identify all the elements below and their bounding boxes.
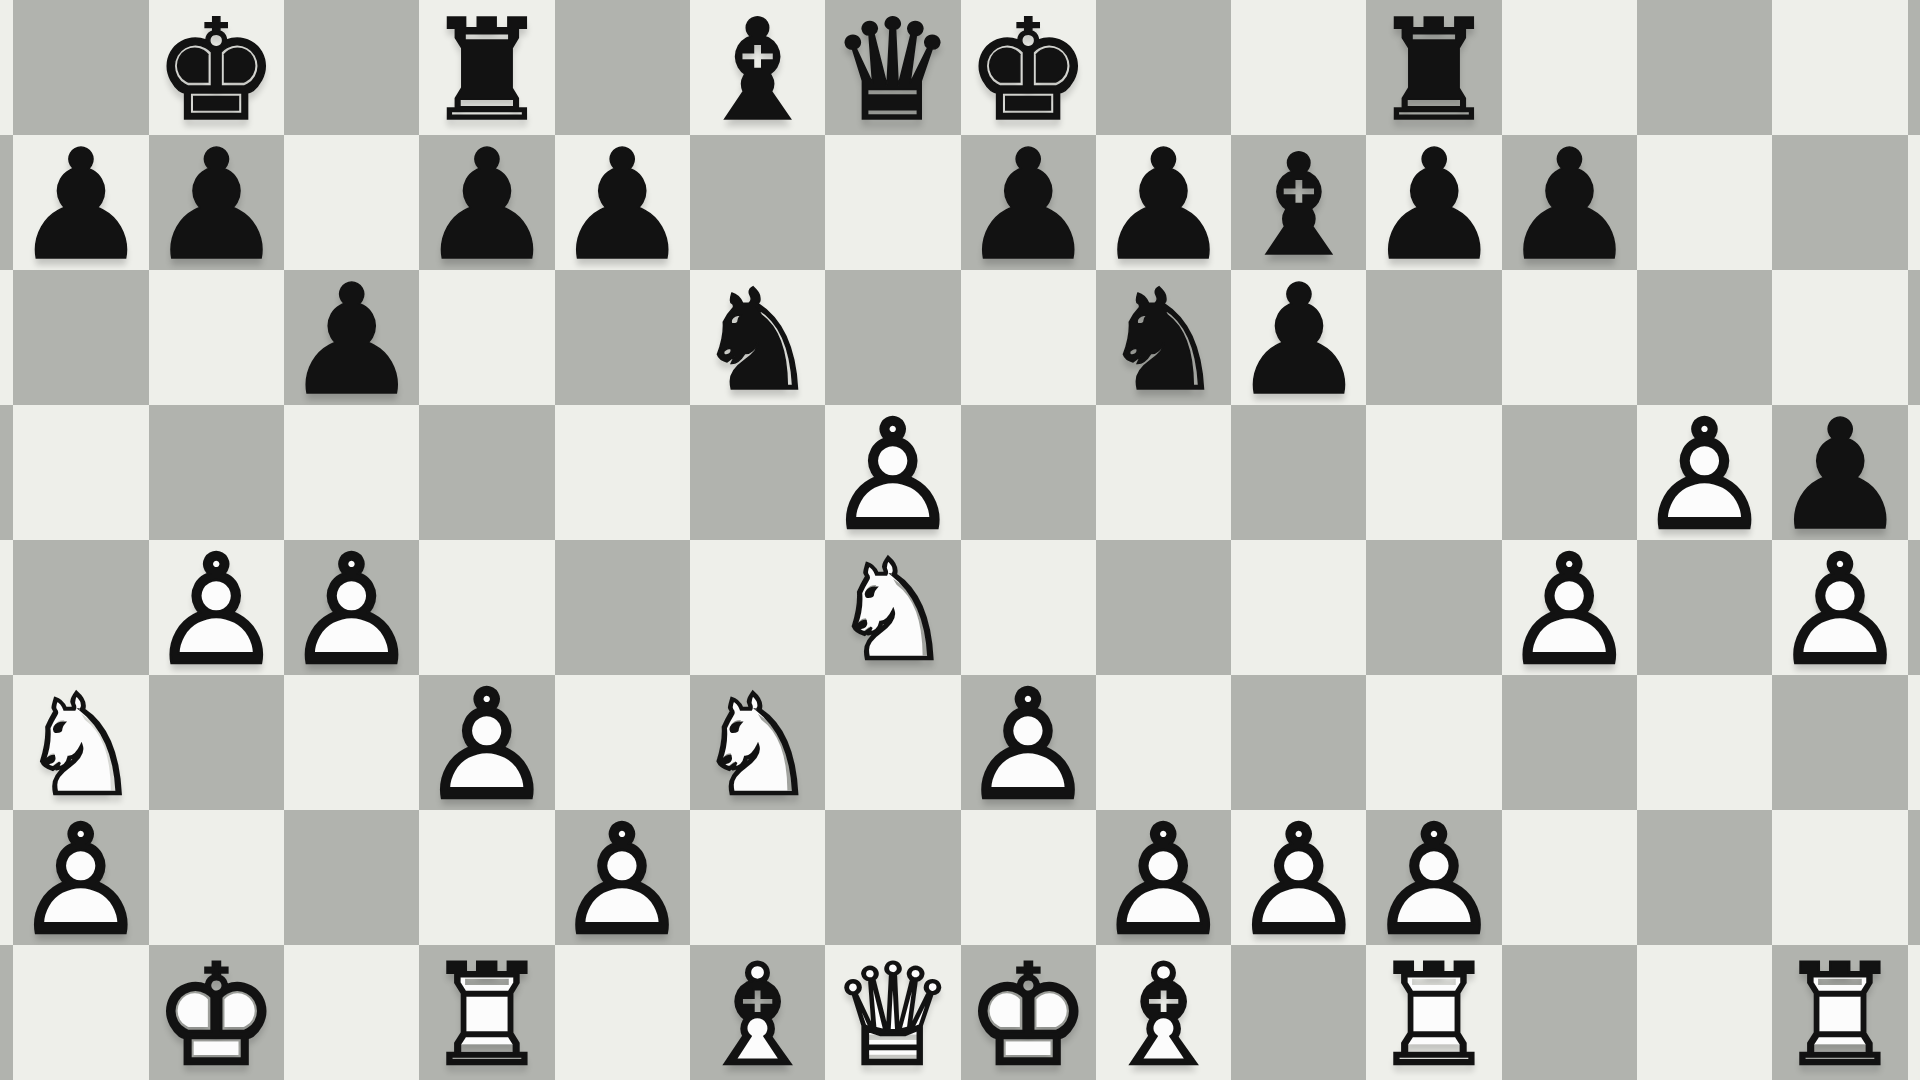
black-rook-piece: ♜ <box>419 0 554 135</box>
square-n3[interactable] <box>1637 675 1772 810</box>
square-l5[interactable] <box>1366 405 1501 540</box>
square-g6[interactable]: ♞ <box>690 270 825 405</box>
square-h3[interactable] <box>825 675 960 810</box>
square-l6[interactable] <box>1366 270 1501 405</box>
square-l7[interactable]: ♟ <box>1366 135 1501 270</box>
square-j5[interactable] <box>1096 405 1231 540</box>
black-pawn-piece: ♟ <box>284 270 419 405</box>
square-d4[interactable]: ♟♙ <box>284 540 419 675</box>
white-rook-piece: ♜♖ <box>1772 945 1907 1080</box>
square-h4[interactable]: ♞♘ <box>825 540 960 675</box>
square-c2[interactable] <box>149 810 284 945</box>
black-knight-piece: ♞ <box>1096 270 1231 405</box>
square-m6[interactable] <box>1502 270 1637 405</box>
square-g8[interactable]: ♝ <box>690 0 825 135</box>
square-b5[interactable] <box>13 405 148 540</box>
square-b8[interactable] <box>13 0 148 135</box>
square-a1[interactable] <box>0 945 13 1080</box>
square-e4[interactable] <box>419 540 554 675</box>
square-k7[interactable]: ♝ <box>1231 135 1366 270</box>
black-pawn-piece: ♟ <box>419 135 554 270</box>
square-d8[interactable] <box>284 0 419 135</box>
white-pawn-piece: ♟♙ <box>1366 810 1501 945</box>
square-n1[interactable] <box>1637 945 1772 1080</box>
white-pawn-piece: ♟♙ <box>961 675 1096 810</box>
square-k3[interactable] <box>1231 675 1366 810</box>
white-pawn-piece: ♟♙ <box>419 675 554 810</box>
square-f4[interactable] <box>555 540 690 675</box>
square-i7[interactable]: ♟ <box>961 135 1096 270</box>
chessboard: ♚♜♝♛♚♜♟♟♟♟♟♟♝♟♟♟♞♞♟♟♙♟♙♟♟♙♟♙♞♘♟♙♟♙♞♘♟♙♞♘… <box>0 0 1920 1080</box>
square-b2[interactable]: ♟♙ <box>13 810 148 945</box>
square-n7[interactable] <box>1637 135 1772 270</box>
white-bishop-piece: ♝♗ <box>690 945 825 1080</box>
square-m2[interactable] <box>1502 810 1637 945</box>
black-bishop-piece: ♝ <box>1231 135 1366 270</box>
white-king-piece: ♚♔ <box>961 945 1096 1080</box>
square-h7[interactable] <box>825 135 960 270</box>
square-i3[interactable]: ♟♙ <box>961 675 1096 810</box>
square-c6[interactable] <box>149 270 284 405</box>
square-h5[interactable]: ♟♙ <box>825 405 960 540</box>
square-b3[interactable]: ♞♘ <box>13 675 148 810</box>
square-i6[interactable] <box>961 270 1096 405</box>
square-f6[interactable] <box>555 270 690 405</box>
square-g1[interactable]: ♝♗ <box>690 945 825 1080</box>
square-p7[interactable] <box>1908 135 1920 270</box>
square-a7[interactable] <box>0 135 13 270</box>
square-e8[interactable]: ♜ <box>419 0 554 135</box>
square-o8[interactable] <box>1772 0 1907 135</box>
black-pawn-piece: ♟ <box>149 135 284 270</box>
square-n2[interactable] <box>1637 810 1772 945</box>
square-d5[interactable] <box>284 405 419 540</box>
square-c4[interactable]: ♟♙ <box>149 540 284 675</box>
square-p3[interactable] <box>1908 675 1920 810</box>
square-b1[interactable] <box>13 945 148 1080</box>
square-c7[interactable]: ♟ <box>149 135 284 270</box>
square-k4[interactable] <box>1231 540 1366 675</box>
square-e6[interactable] <box>419 270 554 405</box>
black-knight-piece: ♞ <box>690 270 825 405</box>
square-j3[interactable] <box>1096 675 1231 810</box>
square-g3[interactable]: ♞♘ <box>690 675 825 810</box>
white-pawn-piece: ♟♙ <box>1772 540 1907 675</box>
square-g7[interactable] <box>690 135 825 270</box>
square-m5[interactable] <box>1502 405 1637 540</box>
white-knight-piece: ♞♘ <box>825 540 960 675</box>
square-p6[interactable] <box>1908 270 1920 405</box>
white-pawn-piece: ♟♙ <box>555 810 690 945</box>
square-e3[interactable]: ♟♙ <box>419 675 554 810</box>
square-f3[interactable] <box>555 675 690 810</box>
square-m1[interactable] <box>1502 945 1637 1080</box>
square-i8[interactable]: ♚ <box>961 0 1096 135</box>
black-pawn-piece: ♟ <box>1502 135 1637 270</box>
square-o6[interactable] <box>1772 270 1907 405</box>
square-c3[interactable] <box>149 675 284 810</box>
white-king-piece: ♚♔ <box>149 945 284 1080</box>
square-o2[interactable] <box>1772 810 1907 945</box>
square-p8[interactable] <box>1908 0 1920 135</box>
square-h1[interactable]: ♛♕ <box>825 945 960 1080</box>
square-p5[interactable] <box>1908 405 1920 540</box>
black-king-piece: ♚ <box>149 0 284 135</box>
square-m7[interactable]: ♟ <box>1502 135 1637 270</box>
square-n5[interactable]: ♟♙ <box>1637 405 1772 540</box>
square-f2[interactable]: ♟♙ <box>555 810 690 945</box>
square-a3[interactable] <box>0 675 13 810</box>
square-f7[interactable]: ♟ <box>555 135 690 270</box>
square-h8[interactable]: ♛ <box>825 0 960 135</box>
square-e7[interactable]: ♟ <box>419 135 554 270</box>
square-m4[interactable]: ♟♙ <box>1502 540 1637 675</box>
square-l2[interactable]: ♟♙ <box>1366 810 1501 945</box>
square-j8[interactable] <box>1096 0 1231 135</box>
black-pawn-piece: ♟ <box>1772 405 1907 540</box>
black-king-piece: ♚ <box>961 0 1096 135</box>
square-k6[interactable]: ♟ <box>1231 270 1366 405</box>
square-d1[interactable] <box>284 945 419 1080</box>
square-o5[interactable]: ♟ <box>1772 405 1907 540</box>
square-o4[interactable]: ♟♙ <box>1772 540 1907 675</box>
square-n4[interactable] <box>1637 540 1772 675</box>
square-j7[interactable]: ♟ <box>1096 135 1231 270</box>
square-j1[interactable]: ♝♗ <box>1096 945 1231 1080</box>
white-bishop-piece: ♝♗ <box>1096 945 1231 1080</box>
square-h6[interactable] <box>825 270 960 405</box>
square-g2[interactable] <box>690 810 825 945</box>
white-rook-piece: ♜♖ <box>419 945 554 1080</box>
square-l3[interactable] <box>1366 675 1501 810</box>
white-knight-piece: ♞♘ <box>13 675 148 810</box>
white-pawn-piece: ♟♙ <box>1231 810 1366 945</box>
square-j2[interactable]: ♟♙ <box>1096 810 1231 945</box>
black-rook-piece: ♜ <box>1366 0 1501 135</box>
square-l1[interactable]: ♜♖ <box>1366 945 1501 1080</box>
square-p1[interactable] <box>1908 945 1920 1080</box>
square-p4[interactable] <box>1908 540 1920 675</box>
square-a2[interactable] <box>0 810 13 945</box>
square-a5[interactable] <box>0 405 13 540</box>
white-pawn-piece: ♟♙ <box>1502 540 1637 675</box>
square-i5[interactable] <box>961 405 1096 540</box>
white-pawn-piece: ♟♙ <box>1096 810 1231 945</box>
square-o7[interactable] <box>1772 135 1907 270</box>
square-l8[interactable]: ♜ <box>1366 0 1501 135</box>
square-j6[interactable]: ♞ <box>1096 270 1231 405</box>
white-knight-piece: ♞♘ <box>690 675 825 810</box>
white-queen-piece: ♛♕ <box>825 945 960 1080</box>
square-f1[interactable] <box>555 945 690 1080</box>
square-n6[interactable] <box>1637 270 1772 405</box>
square-d7[interactable] <box>284 135 419 270</box>
white-pawn-piece: ♟♙ <box>13 810 148 945</box>
square-k1[interactable] <box>1231 945 1366 1080</box>
square-c8[interactable]: ♚ <box>149 0 284 135</box>
square-o1[interactable]: ♜♖ <box>1772 945 1907 1080</box>
square-a6[interactable] <box>0 270 13 405</box>
square-p2[interactable] <box>1908 810 1920 945</box>
white-pawn-piece: ♟♙ <box>284 540 419 675</box>
square-n8[interactable] <box>1637 0 1772 135</box>
square-l4[interactable] <box>1366 540 1501 675</box>
black-pawn-piece: ♟ <box>555 135 690 270</box>
square-m3[interactable] <box>1502 675 1637 810</box>
square-d2[interactable] <box>284 810 419 945</box>
black-pawn-piece: ♟ <box>1231 270 1366 405</box>
black-pawn-piece: ♟ <box>961 135 1096 270</box>
square-e2[interactable] <box>419 810 554 945</box>
square-c1[interactable]: ♚♔ <box>149 945 284 1080</box>
square-m8[interactable] <box>1502 0 1637 135</box>
square-h2[interactable] <box>825 810 960 945</box>
square-f5[interactable] <box>555 405 690 540</box>
square-o3[interactable] <box>1772 675 1907 810</box>
square-e1[interactable]: ♜♖ <box>419 945 554 1080</box>
square-b4[interactable] <box>13 540 148 675</box>
white-pawn-piece: ♟♙ <box>1637 405 1772 540</box>
square-d6[interactable]: ♟ <box>284 270 419 405</box>
black-bishop-piece: ♝ <box>690 0 825 135</box>
square-i1[interactable]: ♚♔ <box>961 945 1096 1080</box>
square-j4[interactable] <box>1096 540 1231 675</box>
white-pawn-piece: ♟♙ <box>149 540 284 675</box>
square-k5[interactable] <box>1231 405 1366 540</box>
square-d3[interactable] <box>284 675 419 810</box>
square-f8[interactable] <box>555 0 690 135</box>
black-pawn-piece: ♟ <box>1366 135 1501 270</box>
white-pawn-piece: ♟♙ <box>825 405 960 540</box>
square-b6[interactable] <box>13 270 148 405</box>
square-b7[interactable]: ♟ <box>13 135 148 270</box>
square-i2[interactable] <box>961 810 1096 945</box>
chess-app-viewport: ♚♜♝♛♚♜♟♟♟♟♟♟♝♟♟♟♞♞♟♟♙♟♙♟♟♙♟♙♞♘♟♙♟♙♞♘♟♙♞♘… <box>0 0 1920 1080</box>
white-rook-piece: ♜♖ <box>1366 945 1501 1080</box>
square-i4[interactable] <box>961 540 1096 675</box>
black-queen-piece: ♛ <box>825 0 960 135</box>
square-c5[interactable] <box>149 405 284 540</box>
square-g4[interactable] <box>690 540 825 675</box>
square-a8[interactable] <box>0 0 13 135</box>
square-e5[interactable] <box>419 405 554 540</box>
square-k2[interactable]: ♟♙ <box>1231 810 1366 945</box>
square-g5[interactable] <box>690 405 825 540</box>
black-pawn-piece: ♟ <box>1096 135 1231 270</box>
square-k8[interactable] <box>1231 0 1366 135</box>
square-a4[interactable] <box>0 540 13 675</box>
black-pawn-piece: ♟ <box>13 135 148 270</box>
